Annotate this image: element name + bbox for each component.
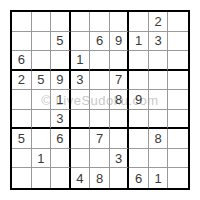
given-digit: 1 — [37, 152, 44, 165]
cell-r2c8[interactable]: 3 — [149, 32, 169, 52]
cell-r5c6[interactable]: 8 — [110, 90, 130, 110]
cell-r8c2[interactable]: 1 — [32, 149, 52, 169]
given-digit: 7 — [96, 132, 103, 145]
given-digit: 1 — [56, 93, 63, 106]
cell-r8c3[interactable] — [51, 149, 71, 169]
cell-r8c1[interactable] — [12, 149, 32, 169]
cell-r5c1[interactable] — [12, 90, 32, 110]
cell-r1c2[interactable] — [32, 12, 52, 32]
cell-r3c6[interactable] — [110, 51, 130, 71]
cell-r6c1[interactable] — [12, 110, 32, 130]
cell-r5c7[interactable]: 9 — [129, 90, 149, 110]
cell-r9c3[interactable] — [51, 168, 71, 188]
cell-r6c5[interactable] — [90, 110, 110, 130]
cell-r2c7[interactable]: 1 — [129, 32, 149, 52]
cell-r7c6[interactable] — [110, 129, 130, 149]
cell-r2c5[interactable]: 6 — [90, 32, 110, 52]
cell-r3c3[interactable] — [51, 51, 71, 71]
cell-r9c5[interactable]: 8 — [90, 168, 110, 188]
given-digit: 5 — [37, 73, 44, 86]
sudoku-board: © LiveSudoku.com 25691361259371893567813… — [10, 10, 190, 190]
cell-r7c4[interactable] — [71, 129, 91, 149]
given-digit: 9 — [135, 93, 142, 106]
cell-r5c5[interactable] — [90, 90, 110, 110]
cell-r6c8[interactable] — [149, 110, 169, 130]
given-digit: 8 — [155, 132, 162, 145]
given-digit: 8 — [96, 172, 103, 185]
cell-r4c2[interactable]: 5 — [32, 71, 52, 91]
cell-r6c6[interactable] — [110, 110, 130, 130]
cell-r7c1[interactable]: 5 — [12, 129, 32, 149]
cell-r4c7[interactable] — [129, 71, 149, 91]
cell-r1c6[interactable] — [110, 12, 130, 32]
given-digit: 5 — [56, 34, 63, 47]
cell-r9c2[interactable] — [32, 168, 52, 188]
cell-r1c9[interactable] — [168, 12, 188, 32]
sudoku-grid: 256913612593718935678134861 — [12, 12, 188, 188]
given-digit: 6 — [135, 172, 142, 185]
cell-r6c3[interactable]: 3 — [51, 110, 71, 130]
given-digit: 2 — [155, 15, 162, 28]
cell-r3c9[interactable] — [168, 51, 188, 71]
cell-r7c3[interactable]: 6 — [51, 129, 71, 149]
cell-r8c7[interactable] — [129, 149, 149, 169]
cell-r1c4[interactable] — [71, 12, 91, 32]
cell-r5c4[interactable] — [71, 90, 91, 110]
cell-r8c4[interactable] — [71, 149, 91, 169]
cell-r9c6[interactable] — [110, 168, 130, 188]
cell-r2c4[interactable] — [71, 32, 91, 52]
given-digit: 6 — [56, 132, 63, 145]
cell-r8c6[interactable]: 3 — [110, 149, 130, 169]
cell-r5c3[interactable]: 1 — [51, 90, 71, 110]
given-digit: 9 — [115, 34, 122, 47]
cell-r8c8[interactable] — [149, 149, 169, 169]
cell-r3c8[interactable] — [149, 51, 169, 71]
cell-r4c1[interactable]: 2 — [12, 71, 32, 91]
cell-r5c8[interactable] — [149, 90, 169, 110]
cell-r1c5[interactable] — [90, 12, 110, 32]
cell-r7c2[interactable] — [32, 129, 52, 149]
cell-r4c6[interactable]: 7 — [110, 71, 130, 91]
given-digit: 6 — [18, 53, 25, 66]
cell-r9c8[interactable]: 1 — [149, 168, 169, 188]
cell-r4c5[interactable] — [90, 71, 110, 91]
given-digit: 1 — [76, 53, 83, 66]
cell-r8c5[interactable] — [90, 149, 110, 169]
given-digit: 2 — [18, 73, 25, 86]
cell-r4c8[interactable] — [149, 71, 169, 91]
cell-r6c9[interactable] — [168, 110, 188, 130]
cell-r4c9[interactable] — [168, 71, 188, 91]
cell-r7c8[interactable]: 8 — [149, 129, 169, 149]
cell-r7c7[interactable] — [129, 129, 149, 149]
cell-r3c1[interactable]: 6 — [12, 51, 32, 71]
cell-r5c9[interactable] — [168, 90, 188, 110]
cell-r3c7[interactable] — [129, 51, 149, 71]
cell-r4c3[interactable]: 9 — [51, 71, 71, 91]
cell-r3c2[interactable] — [32, 51, 52, 71]
given-digit: 6 — [96, 34, 103, 47]
cell-r9c4[interactable]: 4 — [71, 168, 91, 188]
given-digit: 3 — [155, 34, 162, 47]
given-digit: 4 — [76, 172, 83, 185]
given-digit: 9 — [56, 73, 63, 86]
cell-r1c8[interactable]: 2 — [149, 12, 169, 32]
cell-r5c2[interactable] — [32, 90, 52, 110]
given-digit: 5 — [18, 132, 25, 145]
cell-r3c5[interactable] — [90, 51, 110, 71]
cell-r2c1[interactable] — [12, 32, 32, 52]
cell-r7c5[interactable]: 7 — [90, 129, 110, 149]
given-digit: 8 — [115, 93, 122, 106]
cell-r4c4[interactable]: 3 — [71, 71, 91, 91]
cell-r8c9[interactable] — [168, 149, 188, 169]
cell-r1c7[interactable] — [129, 12, 149, 32]
cell-r6c2[interactable] — [32, 110, 52, 130]
given-digit: 3 — [56, 112, 63, 125]
cell-r1c1[interactable] — [12, 12, 32, 32]
cell-r2c3[interactable]: 5 — [51, 32, 71, 52]
cell-r2c2[interactable] — [32, 32, 52, 52]
cell-r6c4[interactable] — [71, 110, 91, 130]
cell-r7c9[interactable] — [168, 129, 188, 149]
given-digit: 1 — [135, 34, 142, 47]
cell-r6c7[interactable] — [129, 110, 149, 130]
given-digit: 1 — [155, 172, 162, 185]
given-digit: 3 — [76, 73, 83, 86]
cell-r9c1[interactable] — [12, 168, 32, 188]
cell-r9c9[interactable] — [168, 168, 188, 188]
cell-r3c4[interactable]: 1 — [71, 51, 91, 71]
cell-r2c9[interactable] — [168, 32, 188, 52]
given-digit: 3 — [115, 152, 122, 165]
cell-r2c6[interactable]: 9 — [110, 32, 130, 52]
given-digit: 7 — [115, 73, 122, 86]
cell-r9c7[interactable]: 6 — [129, 168, 149, 188]
cell-r1c3[interactable] — [51, 12, 71, 32]
